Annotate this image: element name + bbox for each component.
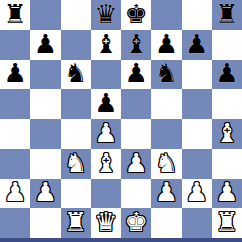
square-h2[interactable]: ♟ bbox=[212, 179, 242, 209]
square-a2[interactable]: ♟ bbox=[0, 179, 30, 209]
chess-board: ♜♛♚♜♟♝♝♟♟♟♞♟♞♟♟♟♝♞♝♟♞♟♟♟♟♟♜♛♚♜ bbox=[0, 0, 242, 238]
square-b1[interactable] bbox=[30, 208, 60, 238]
piece-black-bishop[interactable]: ♝ bbox=[124, 31, 147, 57]
square-f8[interactable] bbox=[151, 0, 181, 30]
piece-black-pawn[interactable]: ♟ bbox=[3, 60, 26, 86]
piece-white-bishop[interactable]: ♝ bbox=[215, 120, 238, 146]
piece-white-pawn[interactable]: ♟ bbox=[94, 120, 117, 146]
square-b2[interactable]: ♟ bbox=[30, 179, 60, 209]
square-e4[interactable] bbox=[121, 119, 151, 149]
piece-black-rook[interactable]: ♜ bbox=[215, 1, 238, 27]
square-c5[interactable] bbox=[61, 89, 91, 119]
square-h4[interactable]: ♝ bbox=[212, 119, 242, 149]
piece-white-knight[interactable]: ♞ bbox=[64, 150, 87, 176]
square-f7[interactable]: ♟ bbox=[151, 30, 181, 60]
square-h3[interactable] bbox=[212, 149, 242, 179]
square-g7[interactable]: ♟ bbox=[182, 30, 212, 60]
piece-black-pawn[interactable]: ♟ bbox=[215, 60, 238, 86]
piece-black-bishop[interactable]: ♝ bbox=[94, 31, 117, 57]
piece-black-pawn[interactable]: ♟ bbox=[34, 31, 57, 57]
piece-black-pawn[interactable]: ♟ bbox=[185, 31, 208, 57]
square-h1[interactable]: ♜ bbox=[212, 208, 242, 238]
square-e1[interactable]: ♚ bbox=[121, 208, 151, 238]
square-e6[interactable]: ♟ bbox=[121, 60, 151, 90]
square-c3[interactable]: ♞ bbox=[61, 149, 91, 179]
square-e8[interactable]: ♚ bbox=[121, 0, 151, 30]
square-h5[interactable] bbox=[212, 89, 242, 119]
square-a1[interactable] bbox=[0, 208, 30, 238]
square-c8[interactable] bbox=[61, 0, 91, 30]
square-b7[interactable]: ♟ bbox=[30, 30, 60, 60]
piece-white-pawn[interactable]: ♟ bbox=[185, 179, 208, 205]
square-c4[interactable] bbox=[61, 119, 91, 149]
square-d8[interactable]: ♛ bbox=[91, 0, 121, 30]
piece-white-pawn[interactable]: ♟ bbox=[124, 150, 147, 176]
piece-black-king[interactable]: ♚ bbox=[124, 1, 147, 27]
square-d4[interactable]: ♟ bbox=[91, 119, 121, 149]
square-e5[interactable] bbox=[121, 89, 151, 119]
piece-white-king[interactable]: ♚ bbox=[124, 209, 147, 235]
square-d6[interactable] bbox=[91, 60, 121, 90]
square-f6[interactable]: ♞ bbox=[151, 60, 181, 90]
square-d3[interactable]: ♝ bbox=[91, 149, 121, 179]
piece-black-pawn[interactable]: ♟ bbox=[94, 90, 117, 116]
piece-white-queen[interactable]: ♛ bbox=[94, 209, 117, 235]
square-g8[interactable] bbox=[182, 0, 212, 30]
square-d2[interactable] bbox=[91, 179, 121, 209]
piece-black-knight[interactable]: ♞ bbox=[64, 60, 87, 86]
square-c1[interactable]: ♜ bbox=[61, 208, 91, 238]
square-b3[interactable] bbox=[30, 149, 60, 179]
square-d1[interactable]: ♛ bbox=[91, 208, 121, 238]
square-b4[interactable] bbox=[30, 119, 60, 149]
piece-white-knight[interactable]: ♞ bbox=[155, 150, 178, 176]
square-e2[interactable] bbox=[121, 179, 151, 209]
board-bottom-border bbox=[0, 238, 242, 242]
square-h7[interactable] bbox=[212, 30, 242, 60]
square-h8[interactable]: ♜ bbox=[212, 0, 242, 30]
square-e7[interactable]: ♝ bbox=[121, 30, 151, 60]
square-a5[interactable] bbox=[0, 89, 30, 119]
piece-black-queen[interactable]: ♛ bbox=[94, 1, 117, 27]
square-g6[interactable] bbox=[182, 60, 212, 90]
square-b5[interactable] bbox=[30, 89, 60, 119]
square-d7[interactable]: ♝ bbox=[91, 30, 121, 60]
square-g3[interactable] bbox=[182, 149, 212, 179]
square-c6[interactable]: ♞ bbox=[61, 60, 91, 90]
square-c7[interactable] bbox=[61, 30, 91, 60]
square-f1[interactable] bbox=[151, 208, 181, 238]
square-g5[interactable] bbox=[182, 89, 212, 119]
square-g1[interactable] bbox=[182, 208, 212, 238]
square-d5[interactable]: ♟ bbox=[91, 89, 121, 119]
piece-white-pawn[interactable]: ♟ bbox=[3, 179, 26, 205]
square-a4[interactable] bbox=[0, 119, 30, 149]
square-a7[interactable] bbox=[0, 30, 30, 60]
square-c2[interactable] bbox=[61, 179, 91, 209]
square-h6[interactable]: ♟ bbox=[212, 60, 242, 90]
square-g4[interactable] bbox=[182, 119, 212, 149]
chess-app-screen: ♜♛♚♜♟♝♝♟♟♟♞♟♞♟♟♟♝♞♝♟♞♟♟♟♟♟♜♛♚♜ bbox=[0, 0, 242, 242]
piece-white-pawn[interactable]: ♟ bbox=[155, 179, 178, 205]
square-a8[interactable]: ♜ bbox=[0, 0, 30, 30]
piece-white-rook[interactable]: ♜ bbox=[64, 209, 87, 235]
square-f2[interactable]: ♟ bbox=[151, 179, 181, 209]
piece-black-rook[interactable]: ♜ bbox=[3, 1, 26, 27]
square-f3[interactable]: ♞ bbox=[151, 149, 181, 179]
piece-black-pawn[interactable]: ♟ bbox=[124, 60, 147, 86]
piece-white-bishop[interactable]: ♝ bbox=[94, 150, 117, 176]
piece-white-rook[interactable]: ♜ bbox=[215, 209, 238, 235]
square-e3[interactable]: ♟ bbox=[121, 149, 151, 179]
square-g2[interactable]: ♟ bbox=[182, 179, 212, 209]
square-b6[interactable] bbox=[30, 60, 60, 90]
square-a3[interactable] bbox=[0, 149, 30, 179]
square-a6[interactable]: ♟ bbox=[0, 60, 30, 90]
piece-white-pawn[interactable]: ♟ bbox=[34, 179, 57, 205]
square-b8[interactable] bbox=[30, 0, 60, 30]
piece-black-pawn[interactable]: ♟ bbox=[155, 31, 178, 57]
piece-white-pawn[interactable]: ♟ bbox=[215, 179, 238, 205]
square-f5[interactable] bbox=[151, 89, 181, 119]
piece-black-knight[interactable]: ♞ bbox=[155, 60, 178, 86]
square-f4[interactable] bbox=[151, 119, 181, 149]
